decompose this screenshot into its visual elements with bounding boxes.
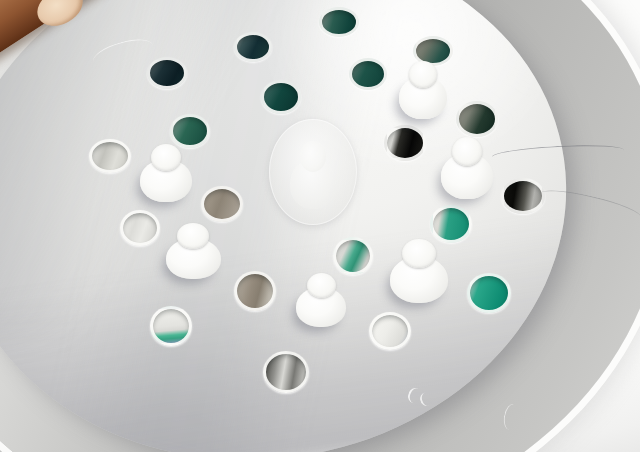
peg-P3[interactable] — [441, 137, 493, 199]
hole-E9[interactable] — [201, 186, 243, 222]
photo-stage — [0, 0, 640, 452]
peg-P7[interactable] — [390, 239, 448, 303]
hole-E13[interactable] — [430, 205, 472, 243]
hole-E15[interactable] — [234, 271, 276, 311]
hole-E11[interactable] — [456, 101, 498, 137]
peg-knob — [307, 273, 336, 298]
peg-knob — [177, 223, 209, 249]
peg-P2[interactable] — [399, 61, 447, 119]
hole-E2[interactable] — [319, 7, 359, 37]
hole-E6[interactable] — [349, 58, 387, 90]
hole-E1[interactable] — [234, 32, 272, 62]
peg-knob — [409, 61, 437, 88]
hole-E4[interactable] — [261, 80, 301, 114]
hole-E14[interactable] — [333, 237, 373, 275]
hole-E17[interactable] — [263, 351, 309, 393]
peg-knob — [151, 144, 181, 171]
hole-E3[interactable] — [147, 57, 187, 89]
hole-E19[interactable] — [467, 273, 511, 313]
peg-knob — [402, 239, 436, 268]
hole-E16[interactable] — [150, 306, 192, 346]
hole-E20[interactable] — [120, 210, 160, 246]
hole-E12[interactable] — [501, 178, 545, 214]
peg-P4[interactable] — [290, 141, 336, 209]
peg-P1[interactable] — [140, 144, 192, 202]
hole-E18[interactable] — [369, 312, 411, 350]
hole-E7[interactable] — [170, 114, 210, 148]
peg-P6[interactable] — [296, 273, 346, 327]
hole-E10[interactable] — [384, 125, 426, 161]
peg-knob — [452, 137, 482, 166]
peg-P5[interactable] — [166, 223, 221, 279]
hole-E8[interactable] — [89, 139, 131, 173]
